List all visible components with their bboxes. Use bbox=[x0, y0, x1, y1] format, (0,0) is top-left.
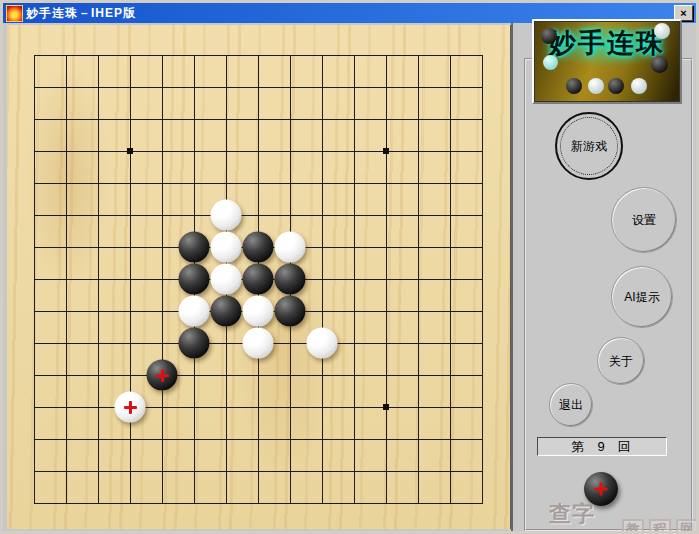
exit-button[interactable]: 退出 bbox=[549, 383, 593, 427]
logo-stone-icon bbox=[651, 56, 668, 73]
stone-white bbox=[115, 392, 146, 423]
watermark-boxed-char: 教 bbox=[622, 519, 644, 534]
round-status-text: 第 9 回 bbox=[571, 438, 633, 456]
stone-black bbox=[243, 264, 274, 295]
stone-black bbox=[147, 360, 178, 391]
new-game-label: 新游戏 bbox=[571, 138, 607, 155]
app-icon bbox=[6, 5, 23, 22]
stone-white bbox=[179, 296, 210, 327]
stone-black bbox=[275, 264, 306, 295]
game-board[interactable] bbox=[7, 25, 512, 529]
logo-stone-icon bbox=[541, 28, 557, 44]
last-move-marker-icon bbox=[156, 369, 169, 382]
stone-white bbox=[307, 328, 338, 359]
logo-stone-icon bbox=[588, 78, 604, 94]
content-area: 妙手连珠 新游戏 设置 AI提示 关于 退出 第 9 回 bbox=[3, 23, 696, 531]
app-window: 妙手连珠－IHEP版 × 妙手连珠 新游戏 设置 AI提示 关 bbox=[0, 0, 699, 534]
about-button[interactable]: 关于 bbox=[597, 337, 645, 385]
exit-label: 退出 bbox=[559, 397, 583, 414]
last-move-marker-icon bbox=[595, 483, 608, 496]
settings-label: 设置 bbox=[632, 212, 656, 229]
stone-white bbox=[243, 296, 274, 327]
stone-black bbox=[179, 232, 210, 263]
stone-white bbox=[211, 264, 242, 295]
settings-button[interactable]: 设置 bbox=[611, 187, 677, 253]
stone-black bbox=[179, 328, 210, 359]
close-icon: × bbox=[680, 7, 686, 19]
logo-stone-icon bbox=[608, 78, 624, 94]
watermark-boxed-char: 程 bbox=[649, 519, 671, 534]
watermark-text: 查字典 bbox=[549, 499, 617, 534]
stone-white bbox=[211, 232, 242, 263]
stones-layer bbox=[7, 25, 510, 529]
logo-stone-icon bbox=[631, 78, 647, 94]
stone-black bbox=[211, 296, 242, 327]
logo-banner: 妙手连珠 bbox=[532, 19, 682, 104]
about-label: 关于 bbox=[609, 353, 633, 370]
watermark: 查字典 教 程 网 jiaocheng.chazidian.com bbox=[549, 499, 698, 534]
stone-black bbox=[243, 232, 274, 263]
stone-black bbox=[275, 296, 306, 327]
stone-white bbox=[211, 200, 242, 231]
watermark-boxed-char: 网 bbox=[676, 519, 698, 534]
ai-hint-button[interactable]: AI提示 bbox=[611, 266, 673, 328]
ai-hint-label: AI提示 bbox=[624, 289, 659, 306]
new-game-button[interactable]: 新游戏 bbox=[555, 112, 623, 180]
logo-stone-icon bbox=[543, 55, 558, 70]
logo-stone-icon bbox=[654, 23, 670, 39]
last-move-marker-icon bbox=[124, 401, 137, 414]
stone-white bbox=[275, 232, 306, 263]
stone-white bbox=[243, 328, 274, 359]
logo-stone-icon bbox=[566, 78, 582, 94]
round-status: 第 9 回 bbox=[537, 437, 667, 456]
side-panel: 妙手连珠 新游戏 设置 AI提示 关于 退出 第 9 回 bbox=[511, 23, 698, 531]
stone-black bbox=[179, 264, 210, 295]
